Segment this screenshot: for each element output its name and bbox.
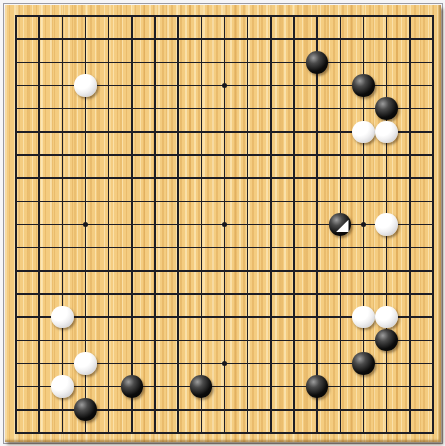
stone-white-r10 bbox=[375, 213, 398, 236]
go-app-window bbox=[0, 0, 445, 446]
stone-black-j3 bbox=[190, 375, 213, 398]
stone-black-q16 bbox=[352, 74, 375, 97]
last-move-triangle-marker bbox=[329, 213, 352, 236]
stone-white-c3 bbox=[51, 375, 74, 398]
stone-white-r14 bbox=[375, 121, 398, 144]
stone-black-q4 bbox=[352, 352, 375, 375]
stone-white-c6 bbox=[51, 306, 74, 329]
stone-white-q6 bbox=[352, 306, 375, 329]
stone-black-r15 bbox=[375, 97, 398, 120]
stone-black-p10 bbox=[329, 213, 352, 236]
stone-black-f3 bbox=[121, 375, 144, 398]
go-board[interactable] bbox=[4, 4, 444, 444]
stone-black-o17 bbox=[306, 51, 329, 74]
stone-white-q14 bbox=[352, 121, 375, 144]
stone-black-r5 bbox=[375, 329, 398, 352]
stone-white-r6 bbox=[375, 306, 398, 329]
stone-white-d16 bbox=[74, 74, 97, 97]
stone-black-o3 bbox=[306, 375, 329, 398]
stone-white-d4 bbox=[74, 352, 97, 375]
stone-black-d2 bbox=[74, 398, 97, 421]
